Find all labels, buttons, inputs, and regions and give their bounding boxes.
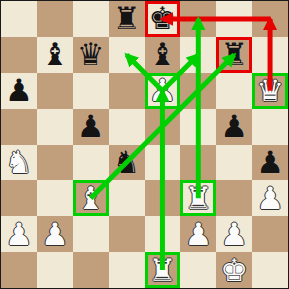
square-g2[interactable]: ♟ (216, 216, 252, 252)
piece-b2-wP: ♟ (41, 219, 69, 250)
square-g4[interactable] (216, 145, 252, 181)
piece-f2-wP: ♟ (184, 219, 212, 250)
square-e7[interactable]: ♝ (145, 37, 181, 73)
square-g7[interactable]: ♜ (216, 37, 252, 73)
square-c6[interactable] (73, 73, 109, 109)
square-f7[interactable] (180, 37, 216, 73)
piece-c7-bQ: ♛ (77, 39, 105, 70)
square-h3[interactable]: ♟ (252, 180, 288, 216)
square-f2[interactable]: ♟ (180, 216, 216, 252)
piece-a2-wP: ♟ (5, 219, 33, 250)
piece-e6-wP: ♟ (149, 75, 177, 106)
square-h7[interactable] (252, 37, 288, 73)
square-c5[interactable]: ♟ (73, 109, 109, 145)
chess-analysis-view: ♜♚♝♛♝♜♟♟♛♟♟♞♞♟♝♜♟♟♟♟♟♜♚ (0, 0, 289, 289)
square-a4[interactable]: ♞ (1, 145, 37, 181)
square-g6[interactable] (216, 73, 252, 109)
square-a1[interactable] (1, 252, 37, 288)
square-a7[interactable] (1, 37, 37, 73)
square-c4[interactable] (73, 145, 109, 181)
piece-h3-wP: ♟ (256, 183, 284, 214)
square-b7[interactable]: ♝ (37, 37, 73, 73)
square-e4[interactable] (145, 145, 181, 181)
square-d3[interactable] (109, 180, 145, 216)
square-d4[interactable]: ♞ (109, 145, 145, 181)
square-a2[interactable]: ♟ (1, 216, 37, 252)
square-b4[interactable] (37, 145, 73, 181)
square-h4[interactable]: ♟ (252, 145, 288, 181)
piece-c3-wB: ♝ (77, 183, 105, 214)
piece-d8-bR: ♜ (113, 3, 141, 34)
square-a3[interactable] (1, 180, 37, 216)
square-e8[interactable]: ♚ (145, 1, 181, 37)
piece-a6-bP: ♟ (5, 75, 33, 106)
piece-g7-bR: ♜ (220, 39, 248, 70)
piece-c5-bP: ♟ (77, 111, 105, 142)
square-h8[interactable] (252, 1, 288, 37)
square-h2[interactable] (252, 216, 288, 252)
square-d5[interactable] (109, 109, 145, 145)
square-b6[interactable] (37, 73, 73, 109)
square-f3[interactable]: ♜ (180, 180, 216, 216)
piece-g2-wP: ♟ (220, 219, 248, 250)
square-d7[interactable] (109, 37, 145, 73)
square-d6[interactable] (109, 73, 145, 109)
square-a5[interactable] (1, 109, 37, 145)
piece-e8-bK: ♚ (149, 3, 177, 34)
piece-e7-bB: ♝ (149, 39, 177, 70)
piece-a4-wN: ♞ (5, 147, 33, 178)
square-a6[interactable]: ♟ (1, 73, 37, 109)
square-f1[interactable] (180, 252, 216, 288)
chess-board: ♜♚♝♛♝♜♟♟♛♟♟♞♞♟♝♜♟♟♟♟♟♜♚ (0, 0, 289, 289)
square-g3[interactable] (216, 180, 252, 216)
square-c7[interactable]: ♛ (73, 37, 109, 73)
piece-h4-bP: ♟ (256, 147, 284, 178)
piece-f3-wR: ♜ (184, 183, 212, 214)
square-c3[interactable]: ♝ (73, 180, 109, 216)
square-g8[interactable] (216, 1, 252, 37)
square-h1[interactable] (252, 252, 288, 288)
square-f6[interactable] (180, 73, 216, 109)
square-b8[interactable] (37, 1, 73, 37)
square-g1[interactable]: ♚ (216, 252, 252, 288)
square-d8[interactable]: ♜ (109, 1, 145, 37)
piece-h6-wQ: ♛ (256, 75, 284, 106)
square-b2[interactable]: ♟ (37, 216, 73, 252)
piece-g5-bP: ♟ (220, 111, 248, 142)
square-d1[interactable] (109, 252, 145, 288)
piece-e1-wR: ♜ (149, 255, 177, 286)
square-c1[interactable] (73, 252, 109, 288)
piece-g1-wK: ♚ (220, 255, 248, 286)
square-e3[interactable] (145, 180, 181, 216)
square-g5[interactable]: ♟ (216, 109, 252, 145)
square-c2[interactable] (73, 216, 109, 252)
piece-b7-bB: ♝ (41, 39, 69, 70)
square-h6[interactable]: ♛ (252, 73, 288, 109)
square-f5[interactable] (180, 109, 216, 145)
square-e2[interactable] (145, 216, 181, 252)
square-e6[interactable]: ♟ (145, 73, 181, 109)
square-f8[interactable] (180, 1, 216, 37)
square-e5[interactable] (145, 109, 181, 145)
square-d2[interactable] (109, 216, 145, 252)
square-b1[interactable] (37, 252, 73, 288)
square-a8[interactable] (1, 1, 37, 37)
square-h5[interactable] (252, 109, 288, 145)
square-b5[interactable] (37, 109, 73, 145)
square-f4[interactable] (180, 145, 216, 181)
square-b3[interactable] (37, 180, 73, 216)
square-c8[interactable] (73, 1, 109, 37)
piece-d4-bN: ♞ (113, 147, 141, 178)
square-e1[interactable]: ♜ (145, 252, 181, 288)
